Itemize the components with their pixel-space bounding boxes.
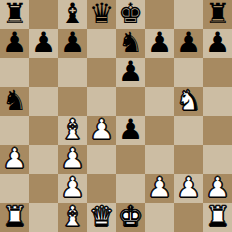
square-a8[interactable]: ♜ (0, 0, 29, 29)
black-queen[interactable]: ♛ (89, 0, 114, 28)
white-pawn[interactable]: ♟ (60, 145, 85, 173)
black-rook[interactable]: ♜ (205, 0, 230, 28)
white-pawn[interactable]: ♟ (205, 174, 230, 202)
square-h3[interactable] (203, 145, 232, 174)
square-g8[interactable] (174, 0, 203, 29)
square-f2[interactable]: ♟ (145, 174, 174, 203)
square-e4[interactable]: ♟ (116, 116, 145, 145)
square-d1[interactable]: ♛ (87, 203, 116, 232)
white-bishop[interactable]: ♝ (60, 116, 85, 144)
square-c8[interactable]: ♝ (58, 0, 87, 29)
chess-board: ♜♝♛♚♜♟♟♟♞♟♟♟♟♞♞♝♟♟♟♟♟♟♟♟♜♝♛♚♜ (0, 0, 232, 232)
white-knight[interactable]: ♞ (176, 87, 201, 115)
square-g5[interactable]: ♞ (174, 87, 203, 116)
square-c1[interactable]: ♝ (58, 203, 87, 232)
square-d5[interactable] (87, 87, 116, 116)
square-e3[interactable] (116, 145, 145, 174)
square-a5[interactable]: ♞ (0, 87, 29, 116)
square-f5[interactable] (145, 87, 174, 116)
black-pawn[interactable]: ♟ (118, 58, 143, 86)
square-d8[interactable]: ♛ (87, 0, 116, 29)
square-f3[interactable] (145, 145, 174, 174)
black-pawn[interactable]: ♟ (118, 116, 143, 144)
square-b2[interactable] (29, 174, 58, 203)
square-f4[interactable] (145, 116, 174, 145)
black-pawn[interactable]: ♟ (147, 29, 172, 57)
square-b1[interactable] (29, 203, 58, 232)
square-h6[interactable] (203, 58, 232, 87)
square-d2[interactable] (87, 174, 116, 203)
square-f7[interactable]: ♟ (145, 29, 174, 58)
square-h1[interactable]: ♜ (203, 203, 232, 232)
square-a7[interactable]: ♟ (0, 29, 29, 58)
white-pawn[interactable]: ♟ (147, 174, 172, 202)
square-d3[interactable] (87, 145, 116, 174)
square-h2[interactable]: ♟ (203, 174, 232, 203)
square-b4[interactable] (29, 116, 58, 145)
square-f6[interactable] (145, 58, 174, 87)
square-e7[interactable]: ♞ (116, 29, 145, 58)
white-bishop[interactable]: ♝ (60, 203, 85, 231)
black-knight[interactable]: ♞ (118, 29, 143, 57)
square-d7[interactable] (87, 29, 116, 58)
black-pawn[interactable]: ♟ (60, 29, 85, 57)
square-h5[interactable] (203, 87, 232, 116)
square-c5[interactable] (58, 87, 87, 116)
square-h8[interactable]: ♜ (203, 0, 232, 29)
white-rook[interactable]: ♜ (205, 203, 230, 231)
white-pawn[interactable]: ♟ (176, 174, 201, 202)
square-h7[interactable]: ♟ (203, 29, 232, 58)
square-c3[interactable]: ♟ (58, 145, 87, 174)
square-g3[interactable] (174, 145, 203, 174)
square-e5[interactable] (116, 87, 145, 116)
black-rook[interactable]: ♜ (2, 0, 27, 28)
square-e1[interactable]: ♚ (116, 203, 145, 232)
square-e8[interactable]: ♚ (116, 0, 145, 29)
square-g6[interactable] (174, 58, 203, 87)
white-pawn[interactable]: ♟ (2, 145, 27, 173)
black-pawn[interactable]: ♟ (31, 29, 56, 57)
black-knight[interactable]: ♞ (2, 87, 27, 115)
square-c4[interactable]: ♝ (58, 116, 87, 145)
black-bishop[interactable]: ♝ (60, 0, 85, 28)
square-h4[interactable] (203, 116, 232, 145)
square-b5[interactable] (29, 87, 58, 116)
square-c2[interactable]: ♟ (58, 174, 87, 203)
square-e6[interactable]: ♟ (116, 58, 145, 87)
square-a6[interactable] (0, 58, 29, 87)
square-g2[interactable]: ♟ (174, 174, 203, 203)
square-a1[interactable]: ♜ (0, 203, 29, 232)
square-g4[interactable] (174, 116, 203, 145)
square-a3[interactable]: ♟ (0, 145, 29, 174)
white-king[interactable]: ♚ (118, 203, 143, 231)
square-b7[interactable]: ♟ (29, 29, 58, 58)
square-d6[interactable] (87, 58, 116, 87)
square-f1[interactable] (145, 203, 174, 232)
square-g1[interactable] (174, 203, 203, 232)
square-b3[interactable] (29, 145, 58, 174)
square-f8[interactable] (145, 0, 174, 29)
square-c6[interactable] (58, 58, 87, 87)
square-a2[interactable] (0, 174, 29, 203)
square-g7[interactable]: ♟ (174, 29, 203, 58)
black-pawn[interactable]: ♟ (2, 29, 27, 57)
white-rook[interactable]: ♜ (2, 203, 27, 231)
square-e2[interactable] (116, 174, 145, 203)
black-pawn[interactable]: ♟ (205, 29, 230, 57)
white-pawn[interactable]: ♟ (89, 116, 114, 144)
black-king[interactable]: ♚ (118, 0, 143, 28)
white-pawn[interactable]: ♟ (60, 174, 85, 202)
square-a4[interactable] (0, 116, 29, 145)
square-d4[interactable]: ♟ (87, 116, 116, 145)
square-b6[interactable] (29, 58, 58, 87)
square-b8[interactable] (29, 0, 58, 29)
square-c7[interactable]: ♟ (58, 29, 87, 58)
black-pawn[interactable]: ♟ (176, 29, 201, 57)
white-queen[interactable]: ♛ (89, 203, 114, 231)
